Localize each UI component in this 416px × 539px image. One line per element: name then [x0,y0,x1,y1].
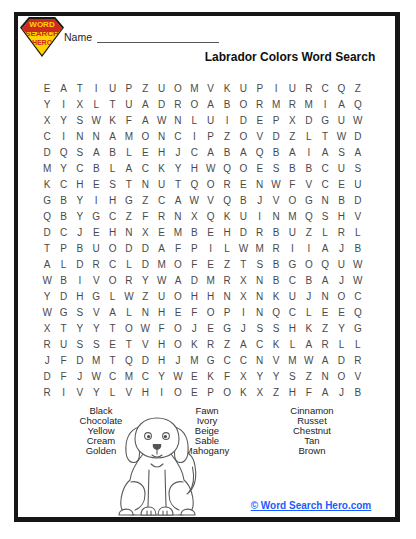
grid-cell[interactable]: L [121,305,137,321]
grid-cell[interactable]: G [317,112,333,128]
grid-cell[interactable]: J [72,369,88,385]
grid-cell[interactable]: E [153,224,169,240]
grid-cell[interactable]: H [219,224,235,240]
grid-cell[interactable]: X [137,224,153,240]
grid-cell[interactable]: D [55,289,71,305]
grid-cell[interactable]: X [186,208,202,224]
grid-cell[interactable]: Q [268,305,284,321]
grid-cell[interactable]: X [284,112,300,128]
grid-cell[interactable]: M [284,208,300,224]
grid-cell[interactable]: L [55,257,71,273]
grid-cell[interactable]: Y [72,192,88,208]
grid-cell[interactable]: S [104,176,120,192]
grid-cell[interactable]: Q [219,160,235,176]
grid-cell[interactable]: A [137,112,153,128]
grid-cell[interactable]: I [219,112,235,128]
grid-cell[interactable]: W [186,192,202,208]
grid-cell[interactable]: Z [137,289,153,305]
grid-cell[interactable]: L [350,224,366,240]
grid-cell[interactable]: F [170,240,186,256]
grid-cell[interactable]: G [39,192,55,208]
grid-cell[interactable]: O [333,289,349,305]
grid-cell[interactable]: F [55,353,71,369]
grid-cell[interactable]: J [235,321,251,337]
grid-cell[interactable]: N [72,128,88,144]
grid-cell[interactable]: D [350,192,366,208]
grid-cell[interactable]: G [284,257,300,273]
grid-cell[interactable]: S [252,321,268,337]
grid-cell[interactable]: G [219,321,235,337]
grid-cell[interactable]: Z [121,208,137,224]
grid-cell[interactable]: M [153,257,169,273]
grid-cell[interactable]: Q [333,80,349,96]
grid-cell[interactable]: D [39,224,55,240]
grid-cell[interactable]: L [219,240,235,256]
grid-cell[interactable]: G [203,353,219,369]
grid-cell[interactable]: S [72,112,88,128]
grid-cell[interactable]: N [121,224,137,240]
grid-cell[interactable]: E [186,369,202,385]
grid-cell[interactable]: B [104,144,120,160]
grid-cell[interactable]: W [350,112,366,128]
grid-cell[interactable]: U [284,289,300,305]
word-search-hero-link[interactable]: © Word Search Hero.com [233,500,389,511]
grid-cell[interactable]: K [186,337,202,353]
grid-cell[interactable]: T [121,337,137,353]
grid-cell[interactable]: B [268,257,284,273]
grid-cell[interactable]: D [350,128,366,144]
grid-cell[interactable]: R [252,96,268,112]
grid-cell[interactable]: A [235,144,251,160]
grid-cell[interactable]: A [333,96,349,112]
grid-cell[interactable]: W [350,257,366,273]
grid-cell[interactable]: V [88,305,104,321]
grid-cell[interactable]: L [301,128,317,144]
grid-cell[interactable]: A [55,80,71,96]
grid-cell[interactable]: W [137,321,153,337]
grid-cell[interactable]: W [203,160,219,176]
grid-cell[interactable]: M [268,96,284,112]
grid-cell[interactable]: N [88,128,104,144]
grid-cell[interactable]: D [39,369,55,385]
grid-cell[interactable]: V [252,128,268,144]
grid-cell[interactable]: N [252,305,268,321]
grid-cell[interactable]: L [284,337,300,353]
grid-cell[interactable]: U [55,337,71,353]
grid-cell[interactable]: E [203,224,219,240]
grid-cell[interactable]: R [317,337,333,353]
grid-cell[interactable]: N [252,289,268,305]
grid-cell[interactable]: L [104,289,120,305]
grid-cell[interactable]: Q [203,208,219,224]
grid-cell[interactable]: P [121,80,137,96]
grid-cell[interactable]: R [219,176,235,192]
grid-cell[interactable]: X [235,273,251,289]
grid-cell[interactable]: E [252,112,268,128]
grid-cell[interactable]: L [317,224,333,240]
grid-cell[interactable]: A [153,240,169,256]
grid-cell[interactable]: C [39,128,55,144]
grid-cell[interactable]: F [301,385,317,401]
grid-cell[interactable]: A [121,160,137,176]
grid-cell[interactable]: H [333,208,349,224]
grid-cell[interactable]: D [72,257,88,273]
grid-cell[interactable]: W [268,176,284,192]
grid-cell[interactable]: F [219,369,235,385]
grid-cell[interactable]: U [203,112,219,128]
grid-cell[interactable]: J [333,385,349,401]
grid-cell[interactable]: Y [72,321,88,337]
grid-cell[interactable]: W [88,369,104,385]
grid-cell[interactable]: M [203,273,219,289]
grid-cell[interactable]: D [137,257,153,273]
grid-cell[interactable]: J [72,224,88,240]
grid-cell[interactable]: W [153,112,169,128]
grid-cell[interactable]: E [235,176,251,192]
grid-cell[interactable]: C [104,257,120,273]
grid-cell[interactable]: O [170,257,186,273]
grid-cell[interactable]: P [268,112,284,128]
grid-cell[interactable]: I [268,80,284,96]
grid-cell[interactable]: U [333,160,349,176]
grid-cell[interactable]: C [235,353,251,369]
grid-cell[interactable]: E [88,224,104,240]
grid-cell[interactable]: J [252,192,268,208]
grid-cell[interactable]: K [268,289,284,305]
grid-cell[interactable]: Q [219,192,235,208]
grid-cell[interactable]: L [88,96,104,112]
grid-cell[interactable]: W [235,240,251,256]
grid-cell[interactable]: W [350,273,366,289]
grid-cell[interactable]: K [153,160,169,176]
grid-cell[interactable]: E [333,176,349,192]
grid-cell[interactable]: R [170,96,186,112]
grid-cell[interactable]: V [350,208,366,224]
grid-cell[interactable]: R [252,224,268,240]
grid-cell[interactable]: U [153,289,169,305]
grid-cell[interactable]: V [203,192,219,208]
grid-cell[interactable]: H [104,192,120,208]
grid-cell[interactable]: N [153,128,169,144]
grid-cell[interactable]: S [333,144,349,160]
grid-cell[interactable]: V [301,176,317,192]
grid-cell[interactable]: I [203,240,219,256]
grid-cell[interactable]: B [88,160,104,176]
grid-cell[interactable]: F [186,305,202,321]
grid-cell[interactable]: M [284,353,300,369]
grid-cell[interactable]: M [121,369,137,385]
grid-cell[interactable]: P [186,240,202,256]
grid-cell[interactable]: B [72,240,88,256]
grid-cell[interactable]: A [170,273,186,289]
grid-cell[interactable]: D [235,112,251,128]
grid-cell[interactable]: Q [301,208,317,224]
grid-cell[interactable]: I [55,96,71,112]
grid-cell[interactable]: Q [350,305,366,321]
grid-cell[interactable]: C [252,337,268,353]
grid-cell[interactable]: C [186,144,202,160]
grid-cell[interactable]: U [121,96,137,112]
grid-cell[interactable]: L [121,144,137,160]
grid-cell[interactable]: O [186,96,202,112]
grid-cell[interactable]: A [235,337,251,353]
grid-cell[interactable]: U [88,240,104,256]
grid-cell[interactable]: C [284,273,300,289]
grid-cell[interactable]: Y [252,369,268,385]
grid-cell[interactable]: Q [317,257,333,273]
grid-cell[interactable]: U [284,224,300,240]
grid-cell[interactable]: H [104,224,120,240]
grid-cell[interactable]: M [88,353,104,369]
grid-cell[interactable]: O [170,321,186,337]
grid-cell[interactable]: C [317,176,333,192]
grid-cell[interactable]: E [333,305,349,321]
grid-cell[interactable]: G [301,192,317,208]
grid-cell[interactable]: N [252,176,268,192]
grid-cell[interactable]: O [170,80,186,96]
grid-cell[interactable]: I [55,128,71,144]
grid-cell[interactable]: B [301,273,317,289]
grid-cell[interactable]: L [186,112,202,128]
grid-cell[interactable]: I [88,192,104,208]
grid-cell[interactable]: T [55,321,71,337]
grid-cell[interactable]: F [186,257,202,273]
grid-cell[interactable]: I [235,305,251,321]
grid-cell[interactable]: S [268,160,284,176]
grid-cell[interactable]: A [317,353,333,369]
grid-cell[interactable]: V [121,385,137,401]
grid-cell[interactable]: T [235,257,251,273]
grid-cell[interactable]: I [317,96,333,112]
grid-cell[interactable]: R [219,273,235,289]
grid-cell[interactable]: J [333,273,349,289]
grid-cell[interactable]: Z [137,192,153,208]
grid-cell[interactable]: F [137,208,153,224]
grid-cell[interactable]: T [170,176,186,192]
grid-cell[interactable]: B [55,273,71,289]
grid-cell[interactable]: U [235,208,251,224]
grid-cell[interactable]: Z [268,385,284,401]
grid-cell[interactable]: Y [153,369,169,385]
grid-cell[interactable]: R [88,257,104,273]
grid-cell[interactable]: U [333,257,349,273]
grid-cell[interactable]: C [137,160,153,176]
grid-cell[interactable]: Y [88,321,104,337]
grid-cell[interactable]: P [55,240,71,256]
grid-cell[interactable]: U [153,176,169,192]
grid-cell[interactable]: G [350,321,366,337]
grid-cell[interactable]: C [104,208,120,224]
grid-cell[interactable]: T [72,80,88,96]
grid-cell[interactable]: Q [186,176,202,192]
grid-cell[interactable]: I [301,240,317,256]
grid-cell[interactable]: Z [219,257,235,273]
grid-cell[interactable]: Q [350,96,366,112]
grid-cell[interactable]: Q [121,353,137,369]
grid-cell[interactable]: K [219,208,235,224]
grid-cell[interactable]: D [39,144,55,160]
grid-cell[interactable]: H [72,289,88,305]
grid-cell[interactable]: L [301,305,317,321]
grid-cell[interactable]: T [121,176,137,192]
grid-cell[interactable]: J [186,321,202,337]
grid-cell[interactable]: M [121,128,137,144]
grid-cell[interactable]: S [252,257,268,273]
grid-cell[interactable]: J [333,240,349,256]
grid-cell[interactable]: W [170,369,186,385]
grid-cell[interactable]: A [39,257,55,273]
grid-cell[interactable]: O [170,337,186,353]
grid-cell[interactable]: E [203,257,219,273]
grid-cell[interactable]: B [301,160,317,176]
grid-cell[interactable]: V [72,385,88,401]
grid-cell[interactable]: D [235,224,251,240]
grid-cell[interactable]: V [137,337,153,353]
grid-cell[interactable]: Z [219,337,235,353]
grid-cell[interactable]: C [72,160,88,176]
grid-cell[interactable]: B [284,160,300,176]
grid-cell[interactable]: R [350,353,366,369]
grid-cell[interactable]: Q [55,144,71,160]
grid-cell[interactable]: W [88,112,104,128]
grid-cell[interactable]: R [153,208,169,224]
grid-cell[interactable]: A [203,144,219,160]
grid-cell[interactable]: X [252,385,268,401]
grid-cell[interactable]: J [170,353,186,369]
word-list-item[interactable]: Brown [262,446,362,456]
grid-cell[interactable]: T [104,353,120,369]
grid-cell[interactable]: D [72,353,88,369]
grid-cell[interactable]: B [350,385,366,401]
grid-cell[interactable]: D [153,96,169,112]
grid-cell[interactable]: O [235,96,251,112]
grid-cell[interactable]: L [350,337,366,353]
grid-cell[interactable]: B [333,192,349,208]
grid-cell[interactable]: P [203,385,219,401]
grid-cell[interactable]: H [72,176,88,192]
grid-cell[interactable]: N [137,305,153,321]
grid-cell[interactable]: B [219,144,235,160]
grid-cell[interactable]: U [284,80,300,96]
grid-cell[interactable]: Y [333,321,349,337]
grid-cell[interactable]: M [186,80,202,96]
grid-cell[interactable]: I [55,385,71,401]
grid-cell[interactable]: D [301,112,317,128]
grid-cell[interactable]: P [252,80,268,96]
grid-cell[interactable]: F [55,369,71,385]
grid-cell[interactable]: A [350,144,366,160]
grid-cell[interactable]: A [104,305,120,321]
grid-cell[interactable]: Z [301,369,317,385]
grid-cell[interactable]: N [137,176,153,192]
grid-cell[interactable]: O [219,385,235,401]
grid-cell[interactable]: I [301,144,317,160]
grid-cell[interactable]: V [350,369,366,385]
grid-cell[interactable]: T [39,240,55,256]
grid-cell[interactable]: S [88,337,104,353]
grid-cell[interactable]: M [39,160,55,176]
grid-cell[interactable]: M [170,224,186,240]
grid-cell[interactable]: A [317,144,333,160]
grid-cell[interactable]: C [153,192,169,208]
grid-cell[interactable]: E [104,337,120,353]
grid-cell[interactable]: Z [284,128,300,144]
grid-cell[interactable]: W [121,289,137,305]
grid-cell[interactable]: D [121,240,137,256]
grid-cell[interactable]: A [203,96,219,112]
grid-cell[interactable]: E [317,305,333,321]
grid-cell[interactable]: Z [350,80,366,96]
grid-cell[interactable]: R [203,337,219,353]
grid-cell[interactable]: X [235,369,251,385]
grid-cell[interactable]: O [235,160,251,176]
grid-cell[interactable]: P [203,128,219,144]
grid-cell[interactable]: G [55,305,71,321]
grid-cell[interactable]: Y [39,289,55,305]
grid-cell[interactable]: U [153,80,169,96]
grid-cell[interactable]: L [121,257,137,273]
grid-cell[interactable]: S [317,208,333,224]
grid-cell[interactable]: D [186,273,202,289]
grid-cell[interactable]: K [39,176,55,192]
grid-cell[interactable]: X [72,96,88,112]
grid-cell[interactable]: C [137,369,153,385]
grid-cell[interactable]: U [333,112,349,128]
grid-cell[interactable]: A [88,144,104,160]
grid-cell[interactable]: D [333,353,349,369]
grid-cell[interactable]: O [104,240,120,256]
grid-cell[interactable]: Y [170,160,186,176]
grid-cell[interactable]: L [104,160,120,176]
grid-cell[interactable]: O [203,305,219,321]
grid-cell[interactable]: Y [55,112,71,128]
grid-cell[interactable]: B [235,192,251,208]
grid-cell[interactable]: W [39,273,55,289]
grid-cell[interactable]: N [268,208,284,224]
grid-cell[interactable]: K [268,337,284,353]
grid-cell[interactable]: I [252,208,268,224]
grid-cell[interactable]: N [219,289,235,305]
grid-cell[interactable]: N [317,289,333,305]
grid-cell[interactable]: R [301,80,317,96]
grid-cell[interactable]: X [39,112,55,128]
grid-cell[interactable]: K [235,385,251,401]
grid-cell[interactable]: Z [301,224,317,240]
grid-cell[interactable]: F [284,176,300,192]
grid-cell[interactable]: I [153,385,169,401]
grid-cell[interactable]: X [235,289,251,305]
grid-cell[interactable]: N [317,369,333,385]
grid-cell[interactable]: L [333,337,349,353]
grid-cell[interactable]: B [55,192,71,208]
grid-cell[interactable]: H [284,385,300,401]
grid-cell[interactable]: O [284,192,300,208]
grid-cell[interactable]: O [203,176,219,192]
grid-cell[interactable]: R [39,337,55,353]
grid-cell[interactable]: T [104,96,120,112]
grid-cell[interactable]: B [186,224,202,240]
grid-cell[interactable]: A [170,192,186,208]
grid-cell[interactable]: X [39,321,55,337]
grid-cell[interactable]: E [88,176,104,192]
grid-cell[interactable]: T [104,321,120,337]
grid-cell[interactable]: C [55,176,71,192]
grid-cell[interactable]: C [317,160,333,176]
grid-cell[interactable]: S [268,321,284,337]
grid-cell[interactable]: V [203,80,219,96]
grid-cell[interactable]: R [39,385,55,401]
grid-cell[interactable]: C [317,80,333,96]
